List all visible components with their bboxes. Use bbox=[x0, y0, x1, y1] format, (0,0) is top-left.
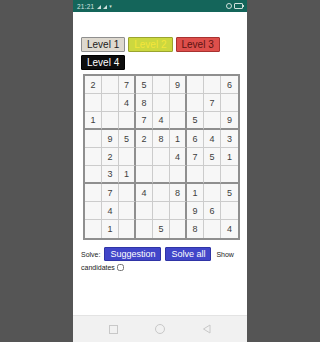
level-2-button[interactable]: Level 2 bbox=[128, 37, 172, 52]
cell-r3c2[interactable] bbox=[102, 112, 119, 130]
cell-r8c4[interactable] bbox=[136, 202, 153, 220]
sudoku-board: 2759648717459952816432475131748154961584 bbox=[83, 74, 240, 240]
cell-r1c2[interactable] bbox=[102, 76, 119, 94]
cell-r7c7[interactable]: 1 bbox=[187, 184, 204, 202]
cell-r2c2[interactable] bbox=[102, 94, 119, 112]
cell-r9c2[interactable]: 1 bbox=[102, 220, 119, 238]
signal-bars-sim2-icon bbox=[103, 5, 107, 9]
cell-r4c3[interactable]: 5 bbox=[119, 130, 136, 148]
cell-r5c2[interactable]: 2 bbox=[102, 148, 119, 166]
cell-r4c5[interactable]: 8 bbox=[153, 130, 170, 148]
cell-r7c3[interactable] bbox=[119, 184, 136, 202]
cell-r6c3[interactable]: 1 bbox=[119, 166, 136, 184]
cell-r3c7[interactable]: 5 bbox=[187, 112, 204, 130]
cell-r7c6[interactable]: 8 bbox=[170, 184, 187, 202]
cell-r7c8[interactable] bbox=[204, 184, 221, 202]
navigation-bar bbox=[73, 315, 247, 342]
solve-controls: Solve: Suggestion Solve all Show candida… bbox=[81, 247, 241, 274]
cell-r5c6[interactable]: 4 bbox=[170, 148, 187, 166]
cell-r1c8[interactable] bbox=[204, 76, 221, 94]
cell-r6c8[interactable] bbox=[204, 166, 221, 184]
cell-r8c1[interactable] bbox=[85, 202, 102, 220]
cell-r2c9[interactable] bbox=[221, 94, 238, 112]
solve-all-button[interactable]: Solve all bbox=[165, 247, 211, 261]
cell-r5c8[interactable]: 5 bbox=[204, 148, 221, 166]
cell-r8c6[interactable] bbox=[170, 202, 187, 220]
cell-r4c2[interactable]: 9 bbox=[102, 130, 119, 148]
cell-r5c1[interactable] bbox=[85, 148, 102, 166]
alarm-icon bbox=[226, 3, 232, 9]
cell-r3c6[interactable] bbox=[170, 112, 187, 130]
status-right-icons bbox=[226, 3, 243, 9]
cell-r7c1[interactable] bbox=[85, 184, 102, 202]
suggestion-button[interactable]: Suggestion bbox=[104, 247, 161, 261]
cell-r9c1[interactable] bbox=[85, 220, 102, 238]
cell-r9c5[interactable]: 5 bbox=[153, 220, 170, 238]
cell-r8c5[interactable] bbox=[153, 202, 170, 220]
cell-r4c8[interactable]: 4 bbox=[204, 130, 221, 148]
cell-r1c4[interactable]: 5 bbox=[136, 76, 153, 94]
cell-r9c9[interactable]: 4 bbox=[221, 220, 238, 238]
cell-r1c3[interactable]: 7 bbox=[119, 76, 136, 94]
cell-r2c8[interactable]: 7 bbox=[204, 94, 221, 112]
cell-r6c1[interactable] bbox=[85, 166, 102, 184]
cell-r4c6[interactable]: 1 bbox=[170, 130, 187, 148]
cell-r4c4[interactable]: 2 bbox=[136, 130, 153, 148]
cell-r8c8[interactable]: 6 bbox=[204, 202, 221, 220]
cell-r2c1[interactable] bbox=[85, 94, 102, 112]
cell-r3c3[interactable] bbox=[119, 112, 136, 130]
signal-icons: ▾ bbox=[97, 4, 112, 9]
cell-r3c8[interactable] bbox=[204, 112, 221, 130]
cell-r1c1[interactable]: 2 bbox=[85, 76, 102, 94]
cell-r6c2[interactable]: 3 bbox=[102, 166, 119, 184]
level-1-button[interactable]: Level 1 bbox=[81, 37, 125, 52]
cell-r6c6[interactable] bbox=[170, 166, 187, 184]
cell-r6c9[interactable] bbox=[221, 166, 238, 184]
cell-r9c3[interactable] bbox=[119, 220, 136, 238]
cell-r2c3[interactable]: 4 bbox=[119, 94, 136, 112]
cell-r1c9[interactable]: 6 bbox=[221, 76, 238, 94]
level-4-button[interactable]: Level 4 bbox=[81, 55, 125, 70]
cell-r7c5[interactable] bbox=[153, 184, 170, 202]
cell-r5c3[interactable] bbox=[119, 148, 136, 166]
cell-r5c9[interactable]: 1 bbox=[221, 148, 238, 166]
cell-r4c9[interactable]: 3 bbox=[221, 130, 238, 148]
status-bar: 21:21 ▾ bbox=[73, 0, 247, 12]
cell-r4c7[interactable]: 6 bbox=[187, 130, 204, 148]
cell-r9c7[interactable]: 8 bbox=[187, 220, 204, 238]
cell-r3c5[interactable]: 4 bbox=[153, 112, 170, 130]
cell-r2c5[interactable] bbox=[153, 94, 170, 112]
cell-r8c3[interactable] bbox=[119, 202, 136, 220]
battery-icon bbox=[234, 3, 243, 9]
cell-r1c7[interactable] bbox=[187, 76, 204, 94]
home-circle-icon[interactable] bbox=[155, 324, 165, 334]
phone-screen: 21:21 ▾ Level 1 Level 2 Level 3 Level 4 … bbox=[73, 0, 247, 342]
cell-r8c9[interactable] bbox=[221, 202, 238, 220]
cell-r7c9[interactable]: 5 bbox=[221, 184, 238, 202]
level-buttons: Level 1 Level 2 Level 3 Level 4 bbox=[81, 37, 231, 70]
cell-r6c5[interactable] bbox=[153, 166, 170, 184]
cell-r8c2[interactable]: 4 bbox=[102, 202, 119, 220]
cell-r6c7[interactable] bbox=[187, 166, 204, 184]
cell-r9c8[interactable] bbox=[204, 220, 221, 238]
cell-r7c2[interactable]: 7 bbox=[102, 184, 119, 202]
cell-r3c9[interactable]: 9 bbox=[221, 112, 238, 130]
cell-r2c4[interactable]: 8 bbox=[136, 94, 153, 112]
cell-r1c6[interactable]: 9 bbox=[170, 76, 187, 94]
signal-bars-sim1-icon bbox=[97, 5, 101, 9]
clock: 21:21 bbox=[77, 3, 94, 10]
cell-r2c6[interactable] bbox=[170, 94, 187, 112]
solve-label: Solve: bbox=[81, 251, 100, 258]
show-candidates-checkbox[interactable] bbox=[117, 264, 124, 271]
level-3-button[interactable]: Level 3 bbox=[176, 37, 220, 52]
cell-r7c4[interactable]: 4 bbox=[136, 184, 153, 202]
cell-r2c7[interactable] bbox=[187, 94, 204, 112]
back-triangle-icon[interactable] bbox=[202, 324, 211, 334]
cell-r9c6[interactable] bbox=[170, 220, 187, 238]
network-type-icon: ▾ bbox=[109, 4, 112, 9]
cell-r3c1[interactable]: 1 bbox=[85, 112, 102, 130]
cell-r3c4[interactable]: 7 bbox=[136, 112, 153, 130]
cell-r1c5[interactable] bbox=[153, 76, 170, 94]
cell-r5c5[interactable] bbox=[153, 148, 170, 166]
recents-square-icon[interactable] bbox=[109, 325, 118, 334]
cell-r5c7[interactable]: 7 bbox=[187, 148, 204, 166]
cell-r5c4[interactable] bbox=[136, 148, 153, 166]
cell-r6c4[interactable] bbox=[136, 166, 153, 184]
cell-r8c7[interactable]: 9 bbox=[187, 202, 204, 220]
cell-r9c4[interactable] bbox=[136, 220, 153, 238]
cell-r4c1[interactable] bbox=[85, 130, 102, 148]
